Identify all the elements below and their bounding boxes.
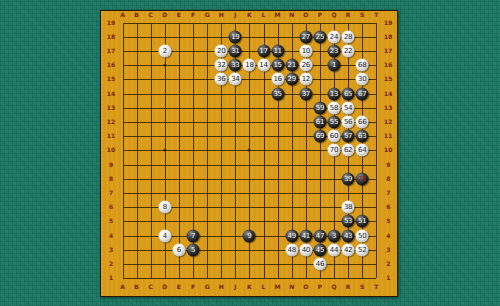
coord-label-top: F bbox=[191, 12, 195, 18]
stone: 52 bbox=[356, 243, 369, 256]
stone: 39 bbox=[342, 172, 355, 185]
coord-label-top: N bbox=[289, 12, 294, 18]
coord-label-top: C bbox=[148, 12, 152, 18]
stone: 58 bbox=[328, 101, 341, 114]
coord-label-bottom: P bbox=[318, 284, 322, 290]
stone: 66 bbox=[356, 115, 369, 128]
stone: 41 bbox=[299, 229, 312, 242]
coord-label-left: 12 bbox=[107, 119, 115, 125]
coord-label-left: 1 bbox=[109, 275, 113, 281]
coord-label-left: 16 bbox=[107, 62, 115, 68]
stone: 18 bbox=[243, 59, 256, 72]
coord-label-right: 4 bbox=[386, 233, 390, 239]
coord-label-top: B bbox=[134, 12, 139, 18]
stone: 36 bbox=[215, 73, 228, 86]
coord-label-bottom: G bbox=[205, 284, 210, 290]
grid-line bbox=[123, 221, 377, 222]
coord-label-left: 2 bbox=[109, 261, 113, 267]
coord-label-right: 18 bbox=[384, 34, 392, 40]
stone: 12 bbox=[299, 73, 312, 86]
stone: 47 bbox=[313, 229, 326, 242]
stone: 4 bbox=[158, 229, 171, 242]
coord-label-left: 8 bbox=[109, 176, 113, 182]
coord-label-right: 16 bbox=[384, 62, 392, 68]
stone: 17 bbox=[257, 44, 270, 57]
coord-label-top: E bbox=[177, 12, 181, 18]
coord-label-left: 17 bbox=[107, 48, 115, 54]
stone: 45 bbox=[313, 243, 326, 256]
stone: 9 bbox=[243, 229, 256, 242]
coord-label-top: O bbox=[303, 12, 308, 18]
coord-label-bottom: H bbox=[219, 284, 224, 290]
coord-label-bottom: N bbox=[289, 284, 294, 290]
coord-label-right: 7 bbox=[386, 190, 390, 196]
coord-label-right: 14 bbox=[384, 91, 392, 97]
coord-label-left: 11 bbox=[107, 133, 115, 139]
coord-label-top: J bbox=[234, 12, 236, 18]
coord-label-right: 19 bbox=[384, 20, 392, 26]
coord-label-top: A bbox=[120, 12, 125, 18]
coord-label-top: T bbox=[374, 12, 378, 18]
stone: 49 bbox=[285, 229, 298, 242]
coord-label-top: P bbox=[318, 12, 322, 18]
coord-label-bottom: A bbox=[120, 284, 125, 290]
stone: 13 bbox=[328, 87, 341, 100]
stone: 23 bbox=[328, 44, 341, 57]
coord-label-left: 19 bbox=[107, 20, 115, 26]
stone: 20 bbox=[215, 44, 228, 57]
stone: 46 bbox=[313, 257, 326, 270]
stone: 2 bbox=[158, 44, 171, 57]
stone: 27 bbox=[299, 30, 312, 43]
stone: 53 bbox=[342, 215, 355, 228]
stone: 68 bbox=[356, 59, 369, 72]
stone: 8 bbox=[158, 201, 171, 214]
stone: 37 bbox=[299, 87, 312, 100]
coord-label-bottom: T bbox=[374, 284, 378, 290]
grid-line bbox=[123, 193, 377, 194]
coord-label-right: 17 bbox=[384, 48, 392, 54]
stone: 42 bbox=[342, 243, 355, 256]
coord-label-bottom: B bbox=[134, 284, 139, 290]
hoshi-point bbox=[163, 64, 166, 67]
stone: 65 bbox=[342, 87, 355, 100]
coord-label-bottom: C bbox=[148, 284, 152, 290]
coord-label-bottom: M bbox=[275, 284, 281, 290]
stone: 62 bbox=[342, 144, 355, 157]
coord-label-top: S bbox=[360, 12, 364, 18]
stone: 44 bbox=[328, 243, 341, 256]
stone: 54 bbox=[342, 101, 355, 114]
coord-label-right: 6 bbox=[386, 204, 390, 210]
stone: 38 bbox=[342, 201, 355, 214]
grid-line bbox=[123, 165, 377, 166]
coord-label-top: Q bbox=[331, 12, 336, 18]
coord-label-right: 2 bbox=[386, 261, 390, 267]
stone: 24 bbox=[328, 30, 341, 43]
coord-label-bottom: L bbox=[262, 284, 266, 290]
coord-label-left: 15 bbox=[107, 76, 115, 82]
coord-label-left: 14 bbox=[107, 91, 115, 97]
stone: 1 bbox=[328, 59, 341, 72]
coord-label-left: 5 bbox=[109, 218, 113, 224]
stone: 59 bbox=[313, 101, 326, 114]
coord-label-left: 10 bbox=[107, 147, 115, 153]
stone: 6 bbox=[172, 243, 185, 256]
coord-label-left: 18 bbox=[107, 34, 115, 40]
stone: 34 bbox=[229, 73, 242, 86]
coord-label-bottom: Q bbox=[331, 284, 336, 290]
coord-label-top: R bbox=[346, 12, 351, 18]
stone: 33 bbox=[229, 59, 242, 72]
stone: 11 bbox=[271, 44, 284, 57]
go-client-window: AABBCCDDEEFFGGHHJJKKLLMMNNOOPPQQRRSSTT19… bbox=[0, 0, 500, 306]
coord-label-top: D bbox=[162, 12, 167, 18]
stone: 61 bbox=[313, 115, 326, 128]
stone: 22 bbox=[342, 44, 355, 57]
stone: 28 bbox=[342, 30, 355, 43]
coord-label-left: 9 bbox=[109, 162, 113, 168]
coord-label-left: 13 bbox=[107, 105, 115, 111]
stone: 43 bbox=[342, 229, 355, 242]
coord-label-right: 11 bbox=[384, 133, 392, 139]
grid-line bbox=[123, 264, 377, 265]
stone: 14 bbox=[257, 59, 270, 72]
coord-label-right: 1 bbox=[386, 275, 390, 281]
coord-label-bottom: D bbox=[162, 284, 167, 290]
coord-label-top: G bbox=[205, 12, 210, 18]
coord-label-bottom: K bbox=[247, 284, 252, 290]
coord-label-top: H bbox=[219, 12, 224, 18]
coord-label-bottom: R bbox=[346, 284, 351, 290]
stone: 25 bbox=[313, 30, 326, 43]
grid-line bbox=[376, 23, 377, 279]
stone: 71 bbox=[356, 172, 369, 185]
coord-label-top: M bbox=[275, 12, 281, 18]
coord-label-top: L bbox=[262, 12, 266, 18]
coord-label-right: 9 bbox=[386, 162, 390, 168]
coord-label-bottom: S bbox=[360, 284, 364, 290]
stone: 3 bbox=[328, 229, 341, 242]
coord-label-bottom: J bbox=[234, 284, 236, 290]
stone: 7 bbox=[187, 229, 200, 242]
stone: 32 bbox=[215, 59, 228, 72]
coord-label-right: 15 bbox=[384, 76, 392, 82]
hoshi-point bbox=[248, 149, 251, 152]
stone: 48 bbox=[285, 243, 298, 256]
coord-label-left: 4 bbox=[109, 233, 113, 239]
stone: 64 bbox=[356, 144, 369, 157]
go-board[interactable]: AABBCCDDEEFFGGHHJJKKLLMMNNOOPPQQRRSSTT19… bbox=[100, 10, 398, 297]
coord-label-right: 10 bbox=[384, 147, 392, 153]
grid-line bbox=[123, 278, 377, 279]
coord-label-left: 6 bbox=[109, 204, 113, 210]
stone: 56 bbox=[342, 115, 355, 128]
coord-label-bottom: E bbox=[177, 284, 181, 290]
coord-label-left: 7 bbox=[109, 190, 113, 196]
stone: 67 bbox=[356, 87, 369, 100]
stone: 63 bbox=[356, 130, 369, 143]
stone: 51 bbox=[356, 215, 369, 228]
stone: 16 bbox=[271, 73, 284, 86]
grid-line bbox=[123, 179, 377, 180]
stone: 55 bbox=[328, 115, 341, 128]
coord-label-right: 3 bbox=[386, 247, 390, 253]
stone: 69 bbox=[313, 130, 326, 143]
coord-label-bottom: O bbox=[303, 284, 308, 290]
coord-label-right: 12 bbox=[384, 119, 392, 125]
stone: 57 bbox=[342, 130, 355, 143]
stone: 5 bbox=[187, 243, 200, 256]
hoshi-point bbox=[163, 149, 166, 152]
stone: 29 bbox=[285, 73, 298, 86]
stone: 19 bbox=[229, 30, 242, 43]
stone: 21 bbox=[285, 59, 298, 72]
stone: 35 bbox=[271, 87, 284, 100]
stone: 50 bbox=[356, 229, 369, 242]
stone: 26 bbox=[299, 59, 312, 72]
stone: 31 bbox=[229, 44, 242, 57]
stone: 70 bbox=[328, 144, 341, 157]
coord-label-bottom: F bbox=[191, 284, 195, 290]
coord-label-right: 8 bbox=[386, 176, 390, 182]
coord-label-left: 3 bbox=[109, 247, 113, 253]
stone: 15 bbox=[271, 59, 284, 72]
coord-label-right: 13 bbox=[384, 105, 392, 111]
stone: 30 bbox=[356, 73, 369, 86]
stone: 40 bbox=[299, 243, 312, 256]
coord-label-right: 5 bbox=[386, 218, 390, 224]
coord-label-top: K bbox=[247, 12, 252, 18]
stone: 10 bbox=[299, 44, 312, 57]
stone: 60 bbox=[328, 130, 341, 143]
